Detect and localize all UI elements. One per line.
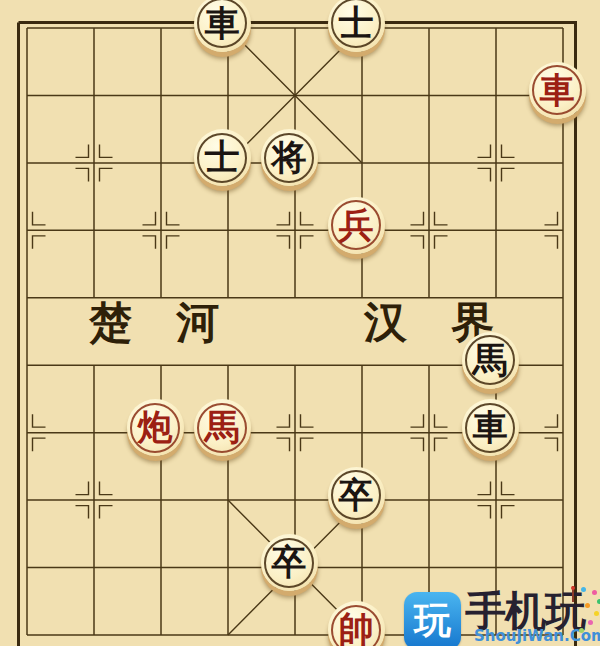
piece-glyph: 馬 — [205, 409, 240, 444]
piece-glyph: 馬 — [473, 342, 508, 377]
piece-black-general[interactable]: 将 — [261, 129, 318, 186]
watermark-title[interactable]: 手机玩 — [465, 591, 585, 632]
piece-glyph: 卒 — [272, 544, 307, 579]
app-icon-glyph: 玩 — [414, 596, 451, 646]
piece-red-horse[interactable]: 馬 — [194, 399, 251, 456]
piece-glyph: 卒 — [339, 477, 374, 512]
piece-black-soldier[interactable]: 卒 — [261, 534, 318, 591]
piece-glyph: 車 — [473, 409, 508, 444]
xiangqi-board-screenshot: 楚河 汉界 車士車士将兵馬炮馬車卒卒帥 玩 手机玩 ShouJiWan.Com — [0, 0, 600, 646]
shoujiwan-app-icon[interactable]: 玩 — [404, 592, 461, 646]
piece-black-chariot[interactable]: 車 — [194, 0, 251, 52]
piece-glyph: 士 — [339, 5, 374, 40]
piece-red-general[interactable]: 帥 — [328, 601, 385, 646]
piece-black-advisor[interactable]: 士 — [328, 0, 385, 52]
piece-red-chariot[interactable]: 車 — [529, 62, 586, 119]
piece-glyph: 車 — [205, 5, 240, 40]
piece-glyph: 将 — [272, 139, 307, 174]
piece-glyph: 車 — [540, 72, 575, 107]
board-grid[interactable]: 車士車士将兵馬炮馬車卒卒帥 — [0, 0, 597, 646]
piece-glyph: 炮 — [138, 409, 173, 444]
piece-glyph: 帥 — [339, 611, 374, 646]
watermark-url-link[interactable]: ShouJiWan.Com — [474, 629, 600, 644]
piece-black-advisor[interactable]: 士 — [194, 129, 251, 186]
piece-glyph: 士 — [205, 139, 240, 174]
piece-black-soldier[interactable]: 卒 — [328, 467, 385, 524]
piece-red-soldier[interactable]: 兵 — [328, 197, 385, 254]
piece-glyph: 兵 — [339, 207, 374, 242]
piece-black-chariot[interactable]: 車 — [462, 399, 519, 456]
piece-black-horse[interactable]: 馬 — [462, 332, 519, 389]
piece-red-cannon[interactable]: 炮 — [127, 399, 184, 456]
